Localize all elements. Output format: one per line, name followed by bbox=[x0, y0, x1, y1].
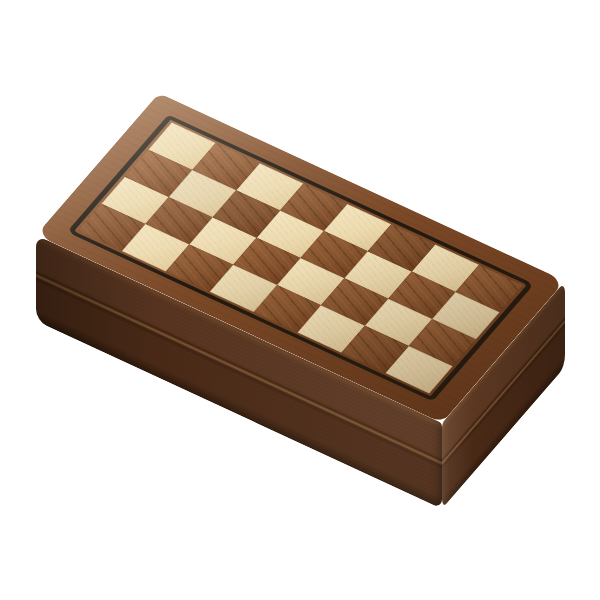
product-photo bbox=[0, 0, 600, 600]
